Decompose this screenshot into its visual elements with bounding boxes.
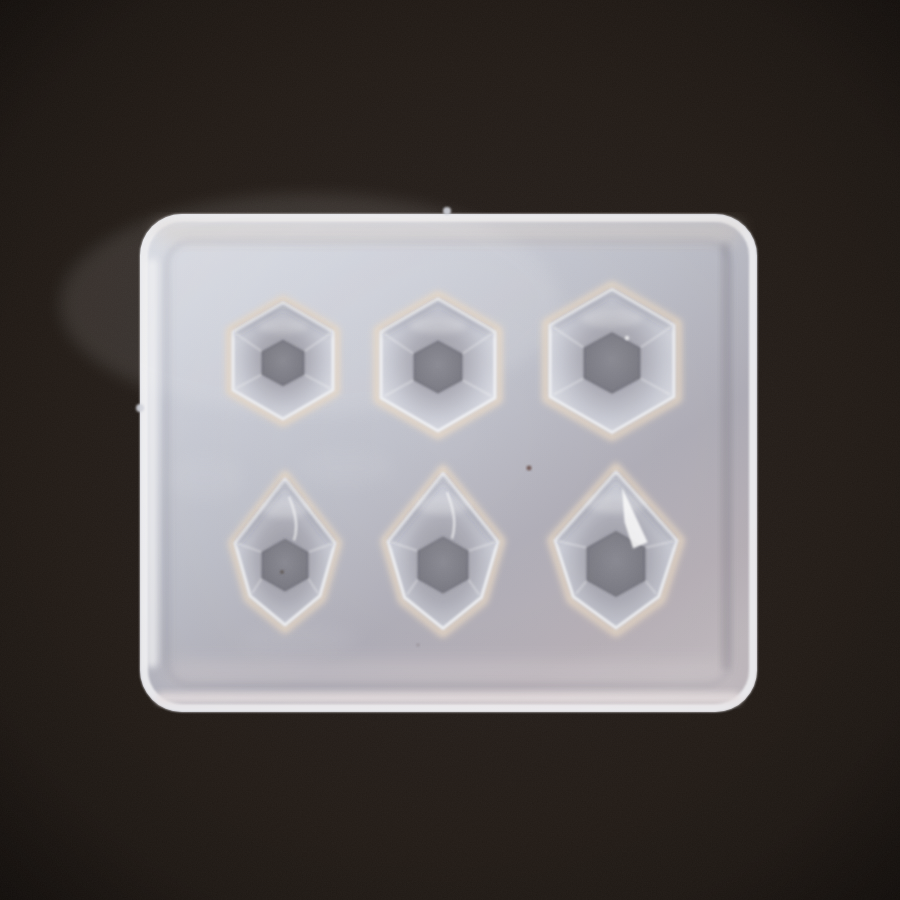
photo-stage: [0, 0, 900, 900]
film-grain-overlay: [0, 0, 900, 900]
silicone-mold-photo: [0, 0, 900, 900]
